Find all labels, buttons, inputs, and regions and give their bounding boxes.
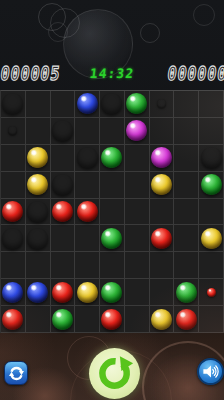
board [0, 90, 224, 333]
ball-red[interactable] [2, 201, 23, 222]
refresh-icon [8, 365, 25, 382]
ball-cyan[interactable] [2, 93, 23, 114]
game-screen: 000005 14:32 000000 [0, 0, 224, 400]
board-cell[interactable] [125, 252, 150, 279]
board-cell[interactable] [75, 145, 100, 172]
ball-green[interactable] [126, 93, 147, 114]
ball-green[interactable] [101, 228, 122, 249]
board-cell[interactable] [75, 91, 100, 118]
board-cell[interactable] [26, 279, 51, 306]
board-cell[interactable] [150, 225, 175, 252]
bubble-decoration [50, 8, 80, 38]
board-cell[interactable] [51, 199, 76, 226]
ball-cyan[interactable] [27, 201, 48, 222]
board-cell[interactable] [1, 145, 26, 172]
ball-blue[interactable] [2, 282, 23, 303]
ball-cyan[interactable] [101, 93, 122, 114]
bubble-decoration [193, 4, 215, 26]
board-cell[interactable] [26, 252, 51, 279]
board-cell[interactable] [125, 118, 150, 145]
board-cell[interactable] [199, 145, 224, 172]
next-ball-cyan[interactable] [8, 126, 17, 135]
board-cell[interactable] [75, 279, 100, 306]
ball-blue[interactable] [77, 93, 98, 114]
board-cell[interactable] [174, 306, 199, 333]
board-cell[interactable] [51, 172, 76, 199]
board-cell[interactable] [150, 279, 175, 306]
board-cell[interactable] [125, 306, 150, 333]
board-cell[interactable] [26, 225, 51, 252]
ball-cyan[interactable] [52, 174, 73, 195]
board-cell[interactable] [174, 118, 199, 145]
board-cell[interactable] [1, 279, 26, 306]
board-cell[interactable] [150, 91, 175, 118]
ball-red[interactable] [77, 201, 98, 222]
board-cell[interactable] [199, 199, 224, 226]
board-cell[interactable] [100, 172, 125, 199]
board-cell[interactable] [26, 91, 51, 118]
board-cell[interactable] [51, 306, 76, 333]
ball-cyan[interactable] [2, 228, 23, 249]
board-cell[interactable] [199, 225, 224, 252]
ball-yellow[interactable] [151, 174, 172, 195]
bubble-decoration [38, 3, 66, 31]
restart-icon [89, 348, 140, 399]
board-cell[interactable] [100, 91, 125, 118]
board-cell[interactable] [100, 145, 125, 172]
board-cell[interactable] [1, 252, 26, 279]
ball-green[interactable] [52, 309, 73, 330]
board-cell[interactable] [199, 91, 224, 118]
ball-red[interactable] [176, 309, 197, 330]
board-cell[interactable] [174, 91, 199, 118]
ball-blue[interactable] [27, 282, 48, 303]
board-cell[interactable] [51, 225, 76, 252]
ball-yellow[interactable] [201, 228, 222, 249]
board-cell[interactable] [125, 225, 150, 252]
ball-cyan[interactable] [52, 120, 73, 141]
board-cell[interactable] [150, 252, 175, 279]
board-cell[interactable] [75, 225, 100, 252]
board-cell[interactable] [125, 172, 150, 199]
ball-magenta[interactable] [126, 120, 147, 141]
ball-yellow[interactable] [27, 147, 48, 168]
board-cell[interactable] [26, 306, 51, 333]
board-cell[interactable] [174, 199, 199, 226]
high-score-display: 000000 [167, 62, 224, 84]
board-cell[interactable] [75, 118, 100, 145]
ball-green[interactable] [176, 282, 197, 303]
board-cell[interactable] [199, 252, 224, 279]
board-cell[interactable] [174, 279, 199, 306]
board-cell[interactable] [100, 279, 125, 306]
bubble-decoration [140, 23, 160, 43]
board-cell[interactable] [150, 118, 175, 145]
board-cell[interactable] [150, 306, 175, 333]
board-cell[interactable] [174, 172, 199, 199]
board-cell[interactable] [26, 172, 51, 199]
board-cell[interactable] [26, 199, 51, 226]
board-cell[interactable] [125, 145, 150, 172]
board-cell[interactable] [100, 199, 125, 226]
board-cell[interactable] [199, 172, 224, 199]
board-cell[interactable] [100, 118, 125, 145]
board-cell[interactable] [199, 306, 224, 333]
board-cell[interactable] [174, 145, 199, 172]
restart-button[interactable] [89, 348, 140, 399]
board-cell[interactable] [1, 172, 26, 199]
next-ball-red[interactable] [207, 288, 216, 297]
board-cell[interactable] [150, 145, 175, 172]
sound-button[interactable] [197, 358, 224, 385]
board-cell[interactable] [174, 252, 199, 279]
board-cell[interactable] [125, 91, 150, 118]
ball-red[interactable] [52, 282, 73, 303]
board-cell[interactable] [1, 118, 26, 145]
ball-cyan[interactable] [77, 147, 98, 168]
board-cell[interactable] [51, 91, 76, 118]
board-cell[interactable] [51, 252, 76, 279]
ball-yellow[interactable] [151, 309, 172, 330]
board-cell[interactable] [75, 252, 100, 279]
board-cell[interactable] [125, 279, 150, 306]
ball-magenta[interactable] [151, 147, 172, 168]
board-cell[interactable] [26, 145, 51, 172]
ball-green[interactable] [201, 174, 222, 195]
ball-yellow[interactable] [27, 174, 48, 195]
board-cell[interactable] [51, 279, 76, 306]
board-cell[interactable] [75, 199, 100, 226]
board-cell[interactable] [100, 225, 125, 252]
board-cell[interactable] [150, 199, 175, 226]
board-cell[interactable] [199, 279, 224, 306]
ball-cyan[interactable] [27, 228, 48, 249]
board-cell[interactable] [150, 172, 175, 199]
board-cell[interactable] [1, 91, 26, 118]
board-cell[interactable] [1, 306, 26, 333]
ball-red[interactable] [2, 309, 23, 330]
bubble-decoration [48, 22, 68, 42]
board-cell[interactable] [174, 225, 199, 252]
speaker-icon [201, 362, 220, 381]
refresh-button[interactable] [4, 361, 28, 385]
board-cell[interactable] [51, 145, 76, 172]
board-cell[interactable] [125, 199, 150, 226]
board-cell[interactable] [51, 118, 76, 145]
board-cell[interactable] [75, 306, 100, 333]
ball-yellow[interactable] [77, 282, 98, 303]
board-cell[interactable] [75, 172, 100, 199]
ball-green[interactable] [101, 147, 122, 168]
next-ball-cyan[interactable] [157, 99, 166, 108]
ball-cyan[interactable] [201, 147, 222, 168]
ball-red[interactable] [151, 228, 172, 249]
ball-red[interactable] [52, 201, 73, 222]
board-cell[interactable] [1, 225, 26, 252]
board-cell[interactable] [199, 118, 224, 145]
board-cell[interactable] [100, 306, 125, 333]
board-cell[interactable] [100, 252, 125, 279]
board-cell[interactable] [26, 118, 51, 145]
board-cell[interactable] [1, 199, 26, 226]
ball-red[interactable] [101, 309, 122, 330]
ball-green[interactable] [101, 282, 122, 303]
